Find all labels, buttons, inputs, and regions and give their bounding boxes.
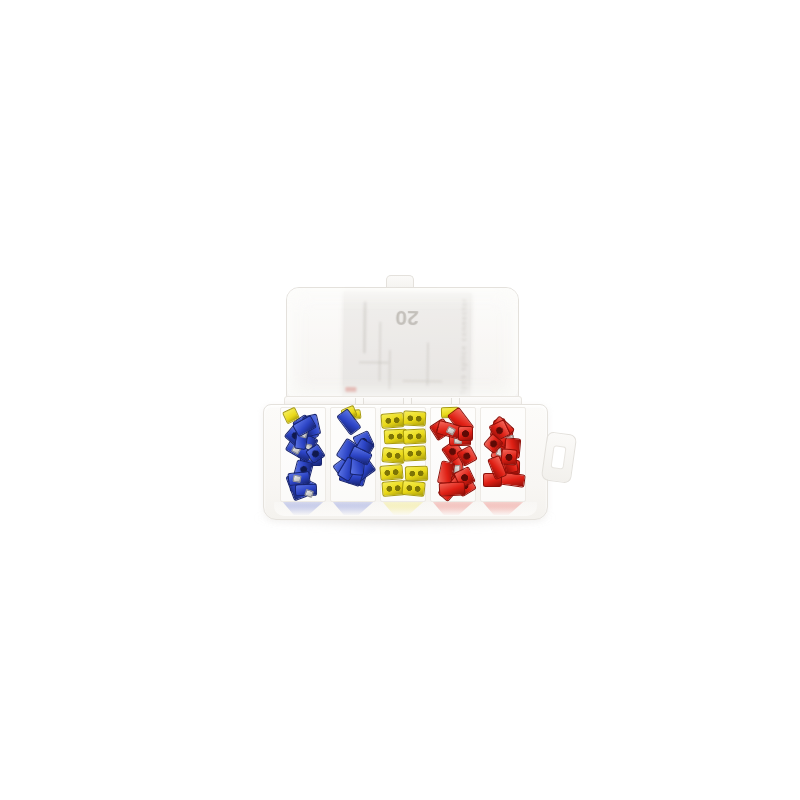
latch-hole bbox=[550, 445, 566, 470]
metal-contact bbox=[292, 474, 301, 482]
connector-piece bbox=[458, 426, 473, 441]
connector-piece bbox=[380, 464, 404, 481]
latch-loop bbox=[541, 431, 578, 484]
connector-piece bbox=[404, 465, 427, 481]
compartment-yellow-3 bbox=[380, 407, 426, 502]
connector-piece bbox=[402, 480, 426, 497]
paper-print-smudge bbox=[402, 380, 442, 383]
photo-stage: 20 5pcs splice connector bbox=[0, 0, 800, 800]
compartment-blue-2 bbox=[330, 407, 376, 502]
paper-red-mark bbox=[345, 387, 356, 392]
compartment-grid bbox=[280, 407, 526, 502]
paper-print-smudge bbox=[388, 350, 391, 390]
paper-side-text: 5pcs splice connector bbox=[458, 299, 468, 395]
connector-piece bbox=[402, 445, 426, 461]
front-wall-haze bbox=[274, 502, 537, 516]
paper-print-smudge bbox=[378, 322, 381, 382]
connector-piece bbox=[381, 412, 405, 429]
compartment-red-4 bbox=[430, 407, 476, 502]
paper-print-smudge bbox=[359, 361, 389, 363]
compartment-red-5 bbox=[480, 407, 526, 502]
connector-piece bbox=[287, 471, 310, 486]
case-lid: 20 5pcs splice connector bbox=[286, 287, 519, 401]
storage-tray bbox=[263, 404, 548, 520]
metal-contact bbox=[446, 426, 456, 436]
paper-print-smudge bbox=[363, 301, 367, 353]
front-wall bbox=[274, 502, 537, 516]
paper-qty-number: 20 bbox=[395, 306, 419, 330]
lid-paper-label: 20 5pcs splice connector bbox=[342, 291, 471, 399]
connector-piece bbox=[439, 482, 465, 497]
connector-piece bbox=[403, 429, 427, 445]
compartment-blue-1 bbox=[280, 407, 326, 502]
connector-piece bbox=[295, 484, 318, 497]
connector-piece bbox=[402, 411, 426, 427]
